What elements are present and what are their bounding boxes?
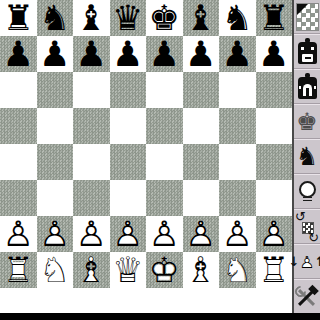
piece-black-rook: ♜ (0, 0, 37, 36)
bottom-bar (0, 313, 320, 320)
hint-bulb-icon (299, 181, 316, 203)
square-e1[interactable]: ♚♔ (146, 252, 183, 288)
square-h1[interactable]: ♜♖ (256, 252, 293, 288)
square-e4[interactable] (146, 144, 183, 180)
square-g7[interactable]: ♟ (219, 36, 256, 72)
gray-king-piece-icon: ♚ (296, 110, 318, 134)
square-a2[interactable]: ♟♙ (0, 216, 37, 252)
square-a5[interactable] (0, 108, 37, 144)
square-b1[interactable]: ♞♘ (37, 252, 74, 288)
new-board-button[interactable] (294, 0, 320, 34)
piece-black-pawn: ♟ (183, 36, 220, 72)
piece-white-pawn-outline: ♙ (183, 216, 220, 252)
piece-black-queen: ♛ (110, 0, 147, 36)
piece-black-pawn: ♟ (219, 36, 256, 72)
square-e7[interactable]: ♟ (146, 36, 183, 72)
square-a7[interactable]: ♟ (0, 36, 37, 72)
piece-white-pawn-outline: ♙ (0, 216, 37, 252)
square-h8[interactable]: ♜ (256, 0, 293, 36)
square-c1[interactable]: ♝♗ (73, 252, 110, 288)
undo-arrow-icon: ↓ (289, 254, 300, 269)
piece-white-pawn-outline: ♙ (37, 216, 74, 252)
square-c6[interactable] (73, 72, 110, 108)
square-d1[interactable]: ♛♕ (110, 252, 147, 288)
white-player-button[interactable] (294, 69, 320, 104)
piece-white-pawn-outline: ♙ (110, 216, 147, 252)
square-f6[interactable] (183, 72, 220, 108)
square-a1[interactable]: ♜♖ (0, 252, 37, 288)
piece-white-knight: ♞ (219, 252, 256, 288)
square-f8[interactable]: ♝ (183, 0, 220, 36)
square-h2[interactable]: ♟♙ (256, 216, 293, 252)
piece-black-pawn: ♟ (110, 36, 147, 72)
black-player-button[interactable] (294, 34, 320, 69)
black-knight-piece-icon: ♞ (296, 144, 318, 169)
toolbar: ♚ ♞ ↺ ↻ ↓ ♟ ♙ ↑ (292, 0, 320, 313)
square-g8[interactable]: ♞ (219, 0, 256, 36)
square-b3[interactable] (37, 180, 74, 216)
piece-black-king: ♚ (146, 0, 183, 36)
square-d3[interactable] (110, 180, 147, 216)
piece-white-pawn-outline: ♙ (73, 216, 110, 252)
square-g5[interactable] (219, 108, 256, 144)
square-e3[interactable] (146, 180, 183, 216)
square-h3[interactable] (256, 180, 293, 216)
square-c3[interactable] (73, 180, 110, 216)
square-g4[interactable] (219, 144, 256, 180)
piece-white-bishop-outline: ♗ (73, 252, 110, 288)
square-f5[interactable] (183, 108, 220, 144)
square-h7[interactable]: ♟ (256, 36, 293, 72)
square-d4[interactable] (110, 144, 147, 180)
square-g2[interactable]: ♟♙ (219, 216, 256, 252)
square-g1[interactable]: ♞♘ (219, 252, 256, 288)
square-b7[interactable]: ♟ (37, 36, 74, 72)
square-d2[interactable]: ♟♙ (110, 216, 147, 252)
piece-white-pawn: ♟ (219, 216, 256, 252)
rotate-arrow-icon: ↻ (308, 230, 319, 245)
piece-white-rook-outline: ♖ (256, 252, 293, 288)
piece-white-pawn-outline: ♙ (219, 216, 256, 252)
square-a4[interactable] (0, 144, 37, 180)
piece-white-bishop-outline: ♗ (183, 252, 220, 288)
square-h5[interactable] (256, 108, 293, 144)
flip-board-icon: ↺ ↻ (295, 212, 319, 242)
square-g3[interactable] (219, 180, 256, 216)
square-c8[interactable]: ♝ (73, 0, 110, 36)
piece-white-bishop: ♝ (73, 252, 110, 288)
square-d6[interactable] (110, 72, 147, 108)
square-f2[interactable]: ♟♙ (183, 216, 220, 252)
square-c5[interactable] (73, 108, 110, 144)
piece-black-knight: ♞ (37, 0, 74, 36)
square-h6[interactable] (256, 72, 293, 108)
piece-white-pawn-outline: ♙ (256, 216, 293, 252)
piece-black-pawn: ♟ (0, 36, 37, 72)
piece-white-pawn: ♟ (37, 216, 74, 252)
hint-button[interactable] (294, 174, 320, 209)
square-g6[interactable] (219, 72, 256, 108)
undo-redo-icon: ↓ ♟ ♙ ↑ (289, 251, 320, 273)
piece-white-pawn-outline: ♙ (146, 216, 183, 252)
redo-arrow-icon: ↑ (315, 254, 320, 269)
square-c4[interactable] (73, 144, 110, 180)
piece-white-pawn: ♟ (146, 216, 183, 252)
chess-app-screen: ♜♞♝♛♚♝♞♜♟♟♟♟♟♟♟♟♟♙♟♙♟♙♟♙♟♙♟♙♟♙♟♙♜♖♞♘♝♗♛♕… (0, 0, 320, 320)
king-piece-button[interactable]: ♚ (294, 104, 320, 139)
square-b2[interactable]: ♟♙ (37, 216, 74, 252)
square-b6[interactable] (37, 72, 74, 108)
flip-board-button[interactable]: ↺ ↻ (294, 209, 320, 244)
square-a6[interactable] (0, 72, 37, 108)
square-f4[interactable] (183, 144, 220, 180)
knight-piece-button[interactable]: ♞ (294, 139, 320, 174)
square-f1[interactable]: ♝♗ (183, 252, 220, 288)
piece-white-queen-outline: ♕ (110, 252, 147, 288)
piece-black-bishop: ♝ (73, 0, 110, 36)
white-player-face-icon (298, 77, 317, 99)
piece-black-pawn: ♟ (37, 36, 74, 72)
piece-white-pawn: ♟ (73, 216, 110, 252)
piece-black-pawn: ♟ (146, 36, 183, 72)
piece-black-pawn: ♟ (256, 36, 293, 72)
piece-black-bishop: ♝ (183, 0, 220, 36)
piece-white-rook: ♜ (256, 252, 293, 288)
square-c2[interactable]: ♟♙ (73, 216, 110, 252)
tools-button[interactable] (294, 279, 320, 313)
folded-corner (297, 4, 308, 15)
piece-white-bishop: ♝ (183, 252, 220, 288)
pawn-icon: ♟ ♙ (300, 251, 315, 273)
chess-board[interactable]: ♜♞♝♛♚♝♞♜♟♟♟♟♟♟♟♟♟♙♟♙♟♙♟♙♟♙♟♙♟♙♟♙♜♖♞♘♝♗♛♕… (0, 0, 292, 288)
piece-white-knight: ♞ (37, 252, 74, 288)
undo-redo-button[interactable]: ↓ ♟ ♙ ↑ (294, 244, 320, 279)
piece-white-knight-outline: ♘ (219, 252, 256, 288)
piece-white-pawn: ♟ (110, 216, 147, 252)
tools-icon (295, 285, 319, 309)
piece-white-pawn: ♟ (0, 216, 37, 252)
piece-white-king-outline: ♔ (146, 252, 183, 288)
new-board-icon (296, 3, 319, 31)
piece-white-pawn: ♟ (183, 216, 220, 252)
square-e2[interactable]: ♟♙ (146, 216, 183, 252)
square-f7[interactable]: ♟ (183, 36, 220, 72)
square-c7[interactable]: ♟ (73, 36, 110, 72)
piece-white-queen: ♛ (110, 252, 147, 288)
piece-white-rook-outline: ♖ (0, 252, 37, 288)
square-e6[interactable] (146, 72, 183, 108)
square-h4[interactable] (256, 144, 293, 180)
piece-white-king: ♚ (146, 252, 183, 288)
square-f3[interactable] (183, 180, 220, 216)
square-b4[interactable] (37, 144, 74, 180)
piece-black-rook: ♜ (256, 0, 293, 36)
black-player-face-icon (298, 42, 317, 64)
piece-black-knight: ♞ (219, 0, 256, 36)
piece-black-pawn: ♟ (73, 36, 110, 72)
piece-white-rook: ♜ (0, 252, 37, 288)
square-d8[interactable]: ♛ (110, 0, 147, 36)
piece-white-knight-outline: ♘ (37, 252, 74, 288)
square-e8[interactable]: ♚ (146, 0, 183, 36)
square-b8[interactable]: ♞ (37, 0, 74, 36)
square-b5[interactable] (37, 108, 74, 144)
piece-white-pawn: ♟ (256, 216, 293, 252)
square-a8[interactable]: ♜ (0, 0, 37, 36)
square-a3[interactable] (0, 180, 37, 216)
square-e5[interactable] (146, 108, 183, 144)
square-d5[interactable] (110, 108, 147, 144)
square-d7[interactable]: ♟ (110, 36, 147, 72)
